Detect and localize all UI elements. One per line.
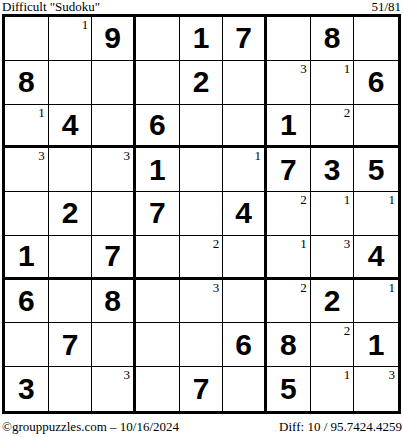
given-digit: 6: [223, 323, 264, 366]
given-digit: 8: [5, 61, 48, 104]
cell-r8c7[interactable]: 8: [267, 323, 311, 367]
cell-r2c2[interactable]: [49, 61, 93, 105]
cell-r7c6[interactable]: [223, 280, 267, 324]
cell-r7c9[interactable]: 1: [354, 280, 398, 324]
pencil-mark: 2: [344, 105, 351, 120]
pencil-mark: 3: [300, 61, 307, 76]
cell-r5c2[interactable]: 2: [49, 192, 93, 236]
cell-r8c5[interactable]: [180, 323, 224, 367]
cell-r2c9[interactable]: 6: [354, 61, 398, 105]
cell-r9c3[interactable]: 3: [92, 367, 136, 411]
pencil-mark: 3: [38, 148, 45, 163]
pencil-mark: 3: [344, 236, 351, 251]
cell-r7c5[interactable]: 3: [180, 280, 224, 324]
cell-r5c8[interactable]: 1: [311, 192, 355, 236]
cell-r1c5[interactable]: 1: [180, 17, 224, 61]
header: Difficult "Sudoku" 51/81: [2, 0, 401, 14]
given-digit: 7: [180, 367, 223, 411]
cell-r2c1[interactable]: 8: [5, 61, 49, 105]
cell-r9c2[interactable]: [49, 367, 93, 411]
cell-r9c8[interactable]: 1: [311, 367, 355, 411]
sudoku-page: Difficult "Sudoku" 51/81 191788231614612…: [0, 0, 403, 437]
cell-r3c6[interactable]: [223, 105, 267, 149]
cell-r8c6[interactable]: 6: [223, 323, 267, 367]
cell-r6c5[interactable]: 2: [180, 236, 224, 280]
cell-r5c1[interactable]: [5, 192, 49, 236]
cell-r9c5[interactable]: 7: [180, 367, 224, 411]
cell-r6c9[interactable]: 4: [354, 236, 398, 280]
given-digit: 8: [92, 280, 133, 323]
pencil-mark: 3: [124, 148, 131, 163]
cell-r4c5[interactable]: [180, 148, 224, 192]
cell-r7c4[interactable]: [136, 280, 180, 324]
given-digit: 7: [92, 236, 133, 277]
cell-r3c4[interactable]: 6: [136, 105, 180, 149]
cell-r9c4[interactable]: [136, 367, 180, 411]
given-digit: 2: [180, 61, 223, 104]
pencil-mark: 1: [344, 367, 351, 382]
given-digit: 3: [311, 148, 354, 191]
pencil-mark: 3: [389, 367, 396, 382]
given-digit: 7: [223, 17, 264, 60]
cell-r5c7[interactable]: 2: [267, 192, 311, 236]
cell-r8c9[interactable]: 1: [354, 323, 398, 367]
cell-r4c6[interactable]: 1: [223, 148, 267, 192]
cell-r3c2[interactable]: 4: [49, 105, 93, 149]
cell-r7c2[interactable]: [49, 280, 93, 324]
cell-r4c4[interactable]: 1: [136, 148, 180, 192]
pencil-mark: 1: [300, 236, 307, 251]
cell-r6c1[interactable]: 1: [5, 236, 49, 280]
cell-r2c6[interactable]: [223, 61, 267, 105]
given-digit: 1: [267, 105, 310, 146]
cell-r1c1[interactable]: [5, 17, 49, 61]
pencil-mark: 1: [344, 61, 351, 76]
cell-r5c6[interactable]: 4: [223, 192, 267, 236]
cell-r2c8[interactable]: 1: [311, 61, 355, 105]
given-digit: 9: [92, 17, 133, 60]
pencil-mark: 1: [82, 17, 89, 32]
cell-r1c4[interactable]: [136, 17, 180, 61]
given-digit: 4: [223, 192, 264, 235]
cell-r9c9[interactable]: 3: [354, 367, 398, 411]
pencil-mark: 1: [38, 105, 45, 120]
footer: ©grouppuzzles.com – 10/16/2024 Diff: 10 …: [2, 419, 402, 435]
cell-r6c8[interactable]: 3: [311, 236, 355, 280]
cell-r8c3[interactable]: [92, 323, 136, 367]
given-digit: 3: [5, 367, 48, 411]
pencil-mark: 1: [344, 192, 351, 207]
puzzle-title: Difficult "Sudoku": [2, 0, 100, 14]
empty-cell-counter: 51/81: [371, 0, 401, 14]
pencil-mark: 2: [300, 280, 307, 295]
cell-r2c4[interactable]: [136, 61, 180, 105]
pencil-mark: 3: [213, 280, 220, 295]
given-digit: 5: [354, 148, 398, 191]
pencil-mark: 1: [389, 280, 396, 295]
given-digit: 4: [354, 236, 398, 277]
given-digit: 4: [49, 105, 92, 146]
cell-r5c5[interactable]: [180, 192, 224, 236]
cell-r7c1[interactable]: 6: [5, 280, 49, 324]
cell-r4c2[interactable]: [49, 148, 93, 192]
cell-r6c7[interactable]: 1: [267, 236, 311, 280]
cell-r8c4[interactable]: [136, 323, 180, 367]
cell-r4c3[interactable]: 3: [92, 148, 136, 192]
given-digit: 7: [49, 323, 92, 366]
cell-r9c6[interactable]: [223, 367, 267, 411]
cell-r4c7[interactable]: 7: [267, 148, 311, 192]
cell-r2c3[interactable]: [92, 61, 136, 105]
cell-r2c5[interactable]: 2: [180, 61, 224, 105]
cell-r2c7[interactable]: 3: [267, 61, 311, 105]
copyright-date-text: ©grouppuzzles.com – 10/16/2024: [2, 419, 179, 435]
cell-r4c9[interactable]: 5: [354, 148, 398, 192]
cell-r8c1[interactable]: [5, 323, 49, 367]
cell-r6c4[interactable]: [136, 236, 180, 280]
cell-r1c9[interactable]: [354, 17, 398, 61]
given-digit: 1: [354, 323, 398, 366]
given-digit: 1: [5, 236, 48, 277]
cell-r6c2[interactable]: [49, 236, 93, 280]
cell-r4c8[interactable]: 3: [311, 148, 355, 192]
pencil-mark: 2: [300, 192, 307, 207]
cell-r6c3[interactable]: 7: [92, 236, 136, 280]
cell-r8c8[interactable]: 2: [311, 323, 355, 367]
given-digit: 6: [5, 280, 48, 323]
cell-r3c9[interactable]: [354, 105, 398, 149]
cell-r3c1[interactable]: 1: [5, 105, 49, 149]
given-digit: 8: [311, 17, 354, 60]
cell-r5c4[interactable]: 7: [136, 192, 180, 236]
cell-r8c2[interactable]: 7: [49, 323, 93, 367]
pencil-mark: 2: [213, 236, 220, 251]
pencil-mark: 2: [344, 323, 351, 338]
given-digit: 8: [267, 323, 310, 366]
given-digit: 5: [267, 367, 310, 411]
sudoku-grid: 1917882316146123311735274211172134683221…: [2, 14, 401, 414]
given-digit: 2: [311, 280, 354, 323]
pencil-mark: 3: [124, 367, 131, 382]
given-digit: 1: [180, 17, 223, 60]
cell-r5c9[interactable]: 1: [354, 192, 398, 236]
cell-r3c7[interactable]: 1: [267, 105, 311, 149]
cell-r4c1[interactable]: 3: [5, 148, 49, 192]
given-digit: 7: [267, 148, 310, 191]
cell-r7c3[interactable]: 8: [92, 280, 136, 324]
cell-r1c6[interactable]: 7: [223, 17, 267, 61]
cell-r5c3[interactable]: [92, 192, 136, 236]
cell-r7c8[interactable]: 2: [311, 280, 355, 324]
cell-r6c6[interactable]: [223, 236, 267, 280]
cell-r1c8[interactable]: 8: [311, 17, 355, 61]
cell-r7c7[interactable]: 2: [267, 280, 311, 324]
pencil-mark: 1: [389, 192, 396, 207]
pencil-mark: 1: [255, 148, 262, 163]
cell-r9c1[interactable]: 3: [5, 367, 49, 411]
given-digit: 6: [354, 61, 398, 104]
cell-r1c2[interactable]: 1: [49, 17, 93, 61]
cell-r1c3[interactable]: 9: [92, 17, 136, 61]
cell-r1c7[interactable]: [267, 17, 311, 61]
cell-r3c8[interactable]: 2: [311, 105, 355, 149]
cell-r3c5[interactable]: [180, 105, 224, 149]
cell-r9c7[interactable]: 5: [267, 367, 311, 411]
given-digit: 7: [136, 192, 179, 235]
given-digit: 6: [136, 105, 179, 146]
difficulty-rating-text: Diff: 10 / 95.7424.4259: [279, 419, 402, 435]
given-digit: 2: [49, 192, 92, 235]
cell-r3c3[interactable]: [92, 105, 136, 149]
given-digit: 1: [136, 148, 179, 191]
